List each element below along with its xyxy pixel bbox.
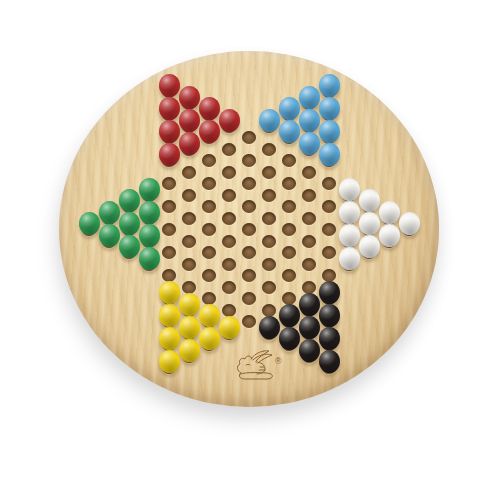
peg-red[interactable]	[179, 109, 200, 132]
board-hole[interactable]	[262, 304, 276, 317]
peg-green[interactable]	[139, 224, 160, 247]
board-hole[interactable]	[222, 189, 236, 202]
board-hole[interactable]	[222, 258, 236, 271]
peg-yellow[interactable]	[159, 350, 180, 373]
chinese-checkers-board	[59, 51, 439, 407]
peg-yellow[interactable]	[179, 339, 200, 362]
board-hole[interactable]	[302, 166, 316, 179]
board-hole[interactable]	[222, 143, 236, 156]
peg-white[interactable]	[339, 224, 360, 247]
peg-blue[interactable]	[279, 120, 300, 143]
board-hole[interactable]	[202, 246, 216, 259]
board-hole[interactable]	[302, 189, 316, 202]
peg-white[interactable]	[359, 235, 380, 258]
board-hole[interactable]	[242, 223, 256, 236]
board-hole[interactable]	[242, 200, 256, 213]
peg-green[interactable]	[139, 247, 160, 270]
board-hole[interactable]	[322, 200, 336, 213]
board-hole[interactable]	[322, 246, 336, 259]
board-hole[interactable]	[322, 223, 336, 236]
peg-blue[interactable]	[319, 97, 340, 120]
board-hole[interactable]	[182, 212, 196, 225]
board-hole[interactable]	[262, 281, 276, 294]
product-photo: ®	[0, 0, 500, 500]
board-hole[interactable]	[302, 258, 316, 271]
board-hole[interactable]	[282, 177, 296, 190]
peg-green[interactable]	[119, 189, 140, 212]
peg-white[interactable]	[339, 178, 360, 201]
board-hole[interactable]	[262, 143, 276, 156]
peg-green[interactable]	[119, 212, 140, 235]
board-hole[interactable]	[282, 246, 296, 259]
board-hole[interactable]	[262, 258, 276, 271]
board-hole[interactable]	[302, 281, 316, 294]
peg-black[interactable]	[299, 293, 320, 316]
board-hole[interactable]	[182, 258, 196, 271]
peg-black[interactable]	[299, 339, 320, 362]
board-hole[interactable]	[262, 212, 276, 225]
peg-black[interactable]	[279, 304, 300, 327]
board-hole[interactable]	[202, 223, 216, 236]
peg-green[interactable]	[99, 201, 120, 224]
board-hole[interactable]	[222, 235, 236, 248]
peg-white[interactable]	[379, 201, 400, 224]
board-hole[interactable]	[182, 189, 196, 202]
peg-red[interactable]	[159, 74, 180, 97]
peg-yellow[interactable]	[159, 304, 180, 327]
board-hole[interactable]	[242, 131, 256, 144]
board-hole[interactable]	[162, 200, 176, 213]
peg-blue[interactable]	[319, 74, 340, 97]
peg-red[interactable]	[219, 109, 240, 132]
board-hole[interactable]	[262, 166, 276, 179]
board-hole[interactable]	[242, 292, 256, 305]
peg-blue[interactable]	[299, 132, 320, 155]
peg-green[interactable]	[139, 178, 160, 201]
peg-black[interactable]	[259, 316, 280, 339]
board-hole[interactable]	[202, 177, 216, 190]
board-hole[interactable]	[302, 235, 316, 248]
board-hole[interactable]	[282, 154, 296, 167]
peg-red[interactable]	[159, 143, 180, 166]
board-hole[interactable]	[202, 200, 216, 213]
peg-yellow[interactable]	[179, 293, 200, 316]
peg-yellow[interactable]	[219, 316, 240, 339]
peg-black[interactable]	[319, 304, 340, 327]
board-hole[interactable]	[322, 177, 336, 190]
peg-blue[interactable]	[299, 86, 320, 109]
peg-red[interactable]	[199, 120, 220, 143]
board-hole[interactable]	[282, 200, 296, 213]
board-hole[interactable]	[202, 269, 216, 282]
board-hole[interactable]	[182, 235, 196, 248]
peg-green[interactable]	[139, 201, 160, 224]
board-hole[interactable]	[162, 223, 176, 236]
board-hole[interactable]	[282, 223, 296, 236]
board-hole[interactable]	[242, 315, 256, 328]
peg-red[interactable]	[159, 120, 180, 143]
board-hole[interactable]	[242, 177, 256, 190]
peg-red[interactable]	[179, 132, 200, 155]
peg-green[interactable]	[99, 224, 120, 247]
peg-black[interactable]	[319, 327, 340, 350]
board-hole[interactable]	[222, 212, 236, 225]
board-hole[interactable]	[242, 246, 256, 259]
peg-red[interactable]	[199, 97, 220, 120]
peg-yellow[interactable]	[179, 316, 200, 339]
board-hole[interactable]	[222, 281, 236, 294]
peg-black[interactable]	[319, 281, 340, 304]
peg-black[interactable]	[299, 316, 320, 339]
peg-white[interactable]	[359, 212, 380, 235]
peg-blue[interactable]	[319, 143, 340, 166]
peg-white[interactable]	[359, 189, 380, 212]
peg-blue[interactable]	[279, 97, 300, 120]
peg-green[interactable]	[119, 235, 140, 258]
peg-green[interactable]	[79, 212, 100, 235]
board-hole[interactable]	[202, 154, 216, 167]
board-hole[interactable]	[262, 235, 276, 248]
peg-black[interactable]	[279, 327, 300, 350]
board-hole[interactable]	[242, 154, 256, 167]
board-hole[interactable]	[222, 166, 236, 179]
peg-white[interactable]	[379, 224, 400, 247]
peg-white[interactable]	[339, 247, 360, 270]
board-hole[interactable]	[282, 269, 296, 282]
board-hole[interactable]	[242, 269, 256, 282]
board-hole[interactable]	[262, 189, 276, 202]
board-hole[interactable]	[162, 246, 176, 259]
peg-red[interactable]	[159, 97, 180, 120]
peg-blue[interactable]	[299, 109, 320, 132]
board-hole[interactable]	[222, 304, 236, 317]
peg-black[interactable]	[319, 350, 340, 373]
peg-yellow[interactable]	[199, 327, 220, 350]
peg-white[interactable]	[399, 212, 420, 235]
board-hole[interactable]	[302, 212, 316, 225]
board-hole[interactable]	[162, 177, 176, 190]
peg-yellow[interactable]	[159, 281, 180, 304]
peg-yellow[interactable]	[199, 304, 220, 327]
peg-red[interactable]	[179, 86, 200, 109]
peg-white[interactable]	[339, 201, 360, 224]
peg-blue[interactable]	[259, 109, 280, 132]
peg-yellow[interactable]	[159, 327, 180, 350]
board-hole[interactable]	[182, 166, 196, 179]
board-hole[interactable]	[182, 281, 196, 294]
peg-blue[interactable]	[319, 120, 340, 143]
